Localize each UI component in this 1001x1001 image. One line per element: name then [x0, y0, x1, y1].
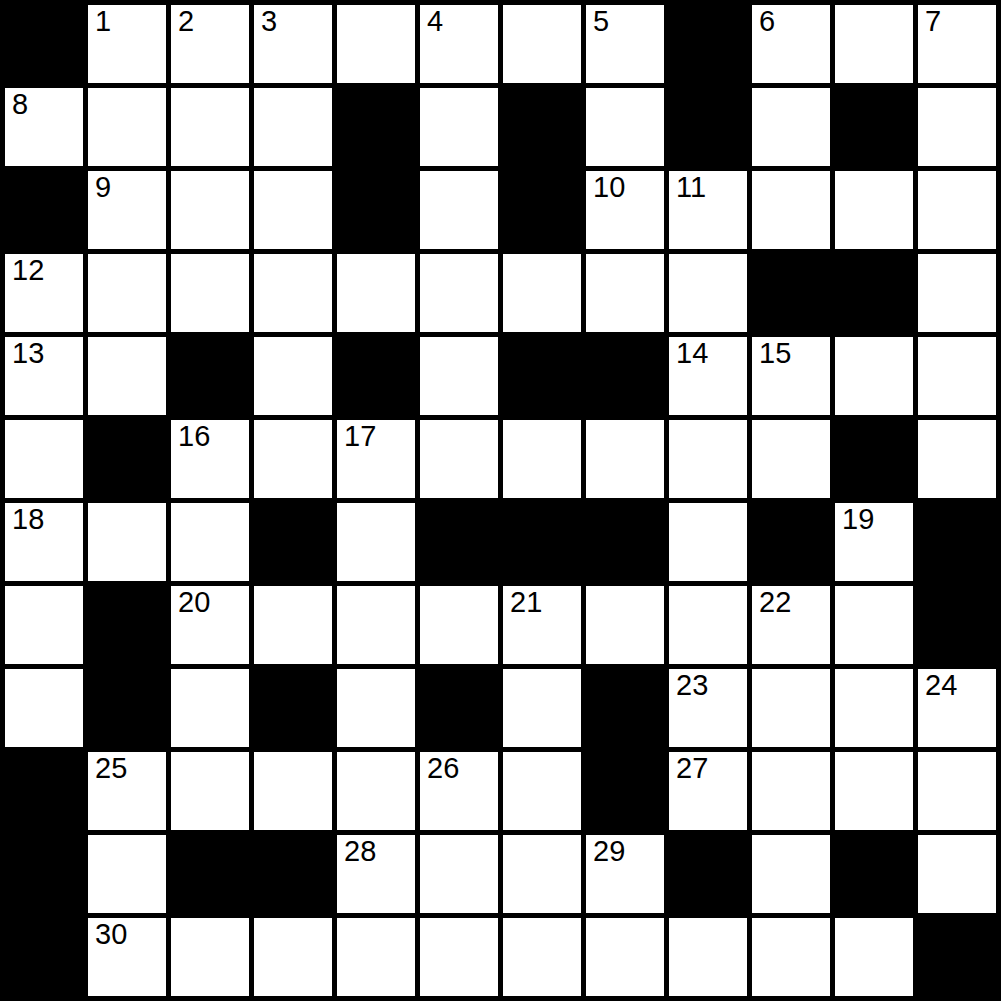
cell-r8c8[interactable]: 23 [669, 669, 747, 747]
cell-r0c7[interactable]: 5 [586, 5, 664, 83]
cell-r11c10[interactable] [835, 918, 913, 996]
cell-r0c2[interactable]: 2 [171, 5, 249, 83]
cell-r9c11[interactable] [918, 752, 996, 830]
clue-number-26: 26 [427, 754, 459, 783]
black-cell-r8c7 [586, 669, 664, 747]
cell-r11c8[interactable] [669, 918, 747, 996]
cell-r1c9[interactable] [752, 88, 830, 166]
cell-r5c7[interactable] [586, 420, 664, 498]
cell-r0c9[interactable]: 6 [752, 5, 830, 83]
cell-r9c5[interactable]: 26 [420, 752, 498, 830]
cell-r11c1[interactable]: 30 [88, 918, 166, 996]
cell-r6c8[interactable] [669, 503, 747, 581]
clue-number-3: 3 [261, 7, 277, 36]
cell-r2c8[interactable]: 11 [669, 171, 747, 249]
cell-r5c11[interactable] [918, 420, 996, 498]
cell-r1c5[interactable] [420, 88, 498, 166]
black-cell-r9c7 [586, 752, 664, 830]
black-cell-r1c10 [835, 88, 913, 166]
cell-r4c5[interactable] [420, 337, 498, 415]
cell-r5c3[interactable] [254, 420, 332, 498]
black-cell-r8c5 [420, 669, 498, 747]
clue-number-2: 2 [178, 7, 194, 36]
cell-r11c5[interactable] [420, 918, 498, 996]
clue-number-27: 27 [676, 754, 708, 783]
cell-r7c0[interactable] [5, 586, 83, 664]
cell-r5c8[interactable] [669, 420, 747, 498]
cell-r9c4[interactable] [337, 752, 415, 830]
cell-r0c11[interactable]: 7 [918, 5, 996, 83]
cell-r3c6[interactable] [503, 254, 581, 332]
crossword-board: 1234567891011121314151617181920212223242… [0, 0, 1001, 1001]
cell-r5c2[interactable]: 16 [171, 420, 249, 498]
black-cell-r8c1 [88, 669, 166, 747]
clue-number-22: 22 [759, 588, 791, 617]
cell-r4c1[interactable] [88, 337, 166, 415]
cell-r8c4[interactable] [337, 669, 415, 747]
cell-r0c4[interactable] [337, 5, 415, 83]
cell-r9c9[interactable] [752, 752, 830, 830]
cell-r10c11[interactable] [918, 835, 996, 913]
clue-number-13: 13 [12, 339, 44, 368]
black-cell-r6c11 [918, 503, 996, 581]
cell-r3c5[interactable] [420, 254, 498, 332]
black-cell-r1c8 [669, 88, 747, 166]
cell-r6c4[interactable] [337, 503, 415, 581]
cell-r0c1[interactable]: 1 [88, 5, 166, 83]
black-cell-r2c4 [337, 171, 415, 249]
cell-r2c1[interactable]: 9 [88, 171, 166, 249]
cell-r3c11[interactable] [918, 254, 996, 332]
black-cell-r1c4 [337, 88, 415, 166]
cell-r3c8[interactable] [669, 254, 747, 332]
cell-r4c11[interactable] [918, 337, 996, 415]
clue-number-1: 1 [95, 7, 111, 36]
cell-r9c3[interactable] [254, 752, 332, 830]
black-cell-r0c0 [5, 5, 83, 83]
black-cell-r11c11 [918, 918, 996, 996]
cell-r5c0[interactable] [5, 420, 83, 498]
black-cell-r7c1 [88, 586, 166, 664]
cell-r11c4[interactable] [337, 918, 415, 996]
black-cell-r2c6 [503, 171, 581, 249]
black-cell-r10c2 [171, 835, 249, 913]
cell-r2c10[interactable] [835, 171, 913, 249]
black-cell-r5c1 [88, 420, 166, 498]
black-cell-r4c4 [337, 337, 415, 415]
clue-number-24: 24 [925, 671, 957, 700]
black-cell-r4c2 [171, 337, 249, 415]
cell-r3c2[interactable] [171, 254, 249, 332]
cell-r11c7[interactable] [586, 918, 664, 996]
cell-r9c2[interactable] [171, 752, 249, 830]
cell-r6c1[interactable] [88, 503, 166, 581]
cell-r0c3[interactable]: 3 [254, 5, 332, 83]
clue-number-10: 10 [593, 173, 625, 202]
black-cell-r5c10 [835, 420, 913, 498]
black-cell-r10c10 [835, 835, 913, 913]
cell-r3c1[interactable] [88, 254, 166, 332]
cell-r2c7[interactable]: 10 [586, 171, 664, 249]
cell-r1c0[interactable]: 8 [5, 88, 83, 166]
cell-r10c7[interactable]: 29 [586, 835, 664, 913]
clue-number-17: 17 [344, 422, 376, 451]
cell-r7c6[interactable]: 21 [503, 586, 581, 664]
black-cell-r6c7 [586, 503, 664, 581]
cell-r8c9[interactable] [752, 669, 830, 747]
cell-r7c4[interactable] [337, 586, 415, 664]
cell-r7c9[interactable]: 22 [752, 586, 830, 664]
black-cell-r1c6 [503, 88, 581, 166]
cell-r5c5[interactable] [420, 420, 498, 498]
cell-r8c0[interactable] [5, 669, 83, 747]
cell-r1c2[interactable] [171, 88, 249, 166]
cell-r7c5[interactable] [420, 586, 498, 664]
clue-number-8: 8 [12, 90, 28, 119]
clue-number-21: 21 [510, 588, 542, 617]
clue-number-15: 15 [759, 339, 791, 368]
black-cell-r11c0 [5, 918, 83, 996]
clue-number-18: 18 [12, 505, 44, 534]
cell-r11c6[interactable] [503, 918, 581, 996]
cell-r1c3[interactable] [254, 88, 332, 166]
clue-number-25: 25 [95, 754, 127, 783]
black-cell-r2c0 [5, 171, 83, 249]
cell-r4c9[interactable]: 15 [752, 337, 830, 415]
black-cell-r10c8 [669, 835, 747, 913]
cell-r1c7[interactable] [586, 88, 664, 166]
clue-number-23: 23 [676, 671, 708, 700]
cell-r7c10[interactable] [835, 586, 913, 664]
clue-number-30: 30 [95, 920, 127, 949]
black-cell-r6c5 [420, 503, 498, 581]
black-cell-r4c6 [503, 337, 581, 415]
clue-number-6: 6 [759, 7, 775, 36]
cell-r7c7[interactable] [586, 586, 664, 664]
clue-number-28: 28 [344, 837, 376, 866]
cell-r6c10[interactable]: 19 [835, 503, 913, 581]
black-cell-r6c9 [752, 503, 830, 581]
black-cell-r3c9 [752, 254, 830, 332]
cell-r3c3[interactable] [254, 254, 332, 332]
cell-r0c6[interactable] [503, 5, 581, 83]
cell-r3c4[interactable] [337, 254, 415, 332]
cell-r3c0[interactable]: 12 [5, 254, 83, 332]
cell-r7c8[interactable] [669, 586, 747, 664]
cell-r4c8[interactable]: 14 [669, 337, 747, 415]
cell-r2c3[interactable] [254, 171, 332, 249]
black-cell-r10c0 [5, 835, 83, 913]
cell-r9c8[interactable]: 27 [669, 752, 747, 830]
cell-r8c2[interactable] [171, 669, 249, 747]
cell-r11c3[interactable] [254, 918, 332, 996]
cell-r9c1[interactable]: 25 [88, 752, 166, 830]
black-cell-r6c3 [254, 503, 332, 581]
black-cell-r3c10 [835, 254, 913, 332]
cell-r4c10[interactable] [835, 337, 913, 415]
cell-r5c6[interactable] [503, 420, 581, 498]
clue-number-29: 29 [593, 837, 625, 866]
cell-r10c9[interactable] [752, 835, 830, 913]
cell-r8c10[interactable] [835, 669, 913, 747]
black-cell-r0c8 [669, 5, 747, 83]
clue-number-20: 20 [178, 588, 210, 617]
cell-r11c2[interactable] [171, 918, 249, 996]
clue-number-5: 5 [593, 7, 609, 36]
clue-number-11: 11 [676, 173, 706, 202]
cell-r11c9[interactable] [752, 918, 830, 996]
cell-r2c11[interactable] [918, 171, 996, 249]
cell-r0c10[interactable] [835, 5, 913, 83]
cell-r9c10[interactable] [835, 752, 913, 830]
cell-r10c4[interactable]: 28 [337, 835, 415, 913]
cell-r8c11[interactable]: 24 [918, 669, 996, 747]
clue-number-14: 14 [676, 339, 708, 368]
cell-r7c2[interactable]: 20 [171, 586, 249, 664]
cell-r2c9[interactable] [752, 171, 830, 249]
black-cell-r10c3 [254, 835, 332, 913]
cell-r2c5[interactable] [420, 171, 498, 249]
cell-r10c1[interactable] [88, 835, 166, 913]
cell-r1c11[interactable] [918, 88, 996, 166]
cell-r0c5[interactable]: 4 [420, 5, 498, 83]
cell-r9c6[interactable] [503, 752, 581, 830]
clue-number-7: 7 [925, 7, 941, 36]
black-cell-r4c7 [586, 337, 664, 415]
clue-number-9: 9 [95, 173, 111, 202]
clue-number-16: 16 [178, 422, 210, 451]
cell-r10c6[interactable] [503, 835, 581, 913]
cell-r5c4[interactable]: 17 [337, 420, 415, 498]
cell-r6c0[interactable]: 18 [5, 503, 83, 581]
cell-r7c3[interactable] [254, 586, 332, 664]
cell-r4c3[interactable] [254, 337, 332, 415]
cell-r5c9[interactable] [752, 420, 830, 498]
cell-r8c6[interactable] [503, 669, 581, 747]
clue-number-19: 19 [842, 505, 874, 534]
cell-r2c2[interactable] [171, 171, 249, 249]
cell-r6c2[interactable] [171, 503, 249, 581]
black-cell-r8c3 [254, 669, 332, 747]
clue-number-12: 12 [12, 256, 44, 285]
cell-r4c0[interactable]: 13 [5, 337, 83, 415]
black-cell-r6c6 [503, 503, 581, 581]
cell-r1c1[interactable] [88, 88, 166, 166]
clue-number-4: 4 [427, 7, 443, 36]
cell-r10c5[interactable] [420, 835, 498, 913]
cell-r3c7[interactable] [586, 254, 664, 332]
black-cell-r7c11 [918, 586, 996, 664]
black-cell-r9c0 [5, 752, 83, 830]
